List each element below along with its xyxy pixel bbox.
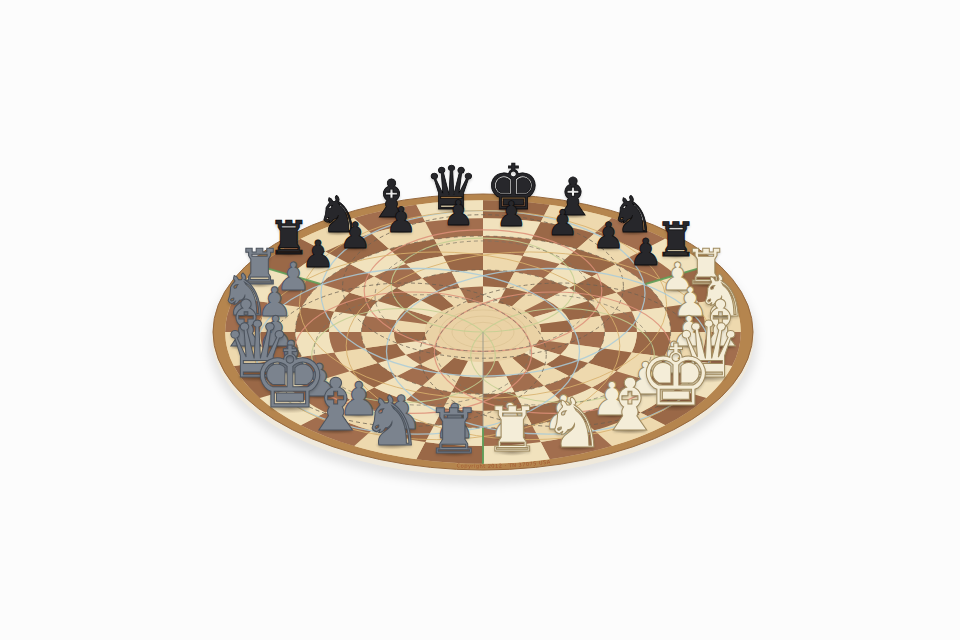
black-pawn[interactable]: ♟ <box>592 218 624 254</box>
black-pawn[interactable]: ♟ <box>443 196 474 231</box>
photo-stage: Copyright 2012 · TN 37075 USA ♜♟♞♟♝♟♛♟♚♟… <box>0 0 960 640</box>
gray-rook[interactable]: ♜ <box>426 400 482 462</box>
white-rook[interactable]: ♜ <box>484 400 539 462</box>
black-pawn[interactable]: ♟ <box>385 202 416 237</box>
gray-bishop[interactable]: ♝ <box>304 369 369 441</box>
black-pawn[interactable]: ♟ <box>547 204 579 239</box>
white-bishop[interactable]: ♝ <box>598 369 663 441</box>
board: Copyright 2012 · TN 37075 USA <box>0 0 960 640</box>
black-pawn[interactable]: ♟ <box>629 234 662 271</box>
black-pawn[interactable]: ♟ <box>496 197 527 232</box>
gray-knight[interactable]: ♞ <box>361 387 423 456</box>
white-knight[interactable]: ♞ <box>543 389 605 458</box>
black-pawn[interactable]: ♟ <box>339 218 371 254</box>
